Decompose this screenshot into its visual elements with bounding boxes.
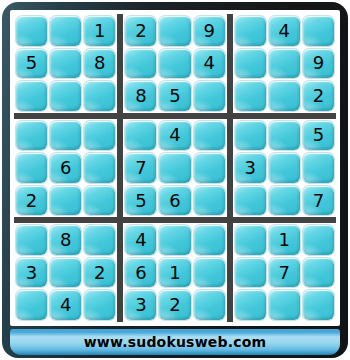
cell-r4c3[interactable] (84, 121, 115, 151)
cell-r1c3: 1 (84, 16, 115, 46)
cell-r8c9[interactable] (303, 258, 334, 288)
cell-r1c8: 4 (269, 16, 300, 46)
cell-r6c7[interactable] (235, 186, 266, 216)
cell-r2c6: 4 (194, 49, 225, 79)
cell-r3c7[interactable] (235, 81, 266, 111)
cell-r4c8[interactable] (269, 121, 300, 151)
cell-r9c2: 4 (50, 290, 81, 320)
cell-r1c6: 9 (194, 16, 225, 46)
cell-r4c5: 4 (159, 121, 190, 151)
cell-r9c8[interactable] (269, 290, 300, 320)
sudoku-board: 1582948549262475653783244613217 (14, 14, 336, 322)
box-3: 492 (233, 14, 336, 113)
cell-r8c4: 6 (125, 258, 156, 288)
cell-r6c9: 7 (303, 186, 334, 216)
cell-r9c7[interactable] (235, 290, 266, 320)
cell-r9c3[interactable] (84, 290, 115, 320)
cell-r5c2: 6 (50, 153, 81, 183)
cell-r3c6[interactable] (194, 81, 225, 111)
cell-r1c4: 2 (125, 16, 156, 46)
cell-r8c2[interactable] (50, 258, 81, 288)
cell-r2c2[interactable] (50, 49, 81, 79)
cell-r5c6[interactable] (194, 153, 225, 183)
cell-r9c6[interactable] (194, 290, 225, 320)
board-frame: 1582948549262475653783244613217 www.sudo… (2, 2, 348, 358)
cell-r1c2[interactable] (50, 16, 81, 46)
cell-r3c2[interactable] (50, 81, 81, 111)
cell-r6c1: 2 (16, 186, 47, 216)
cell-r8c3: 2 (84, 258, 115, 288)
cell-r6c8[interactable] (269, 186, 300, 216)
cell-r9c5: 2 (159, 290, 190, 320)
cell-r3c4: 8 (125, 81, 156, 111)
cell-r2c8[interactable] (269, 49, 300, 79)
cell-r5c1[interactable] (16, 153, 47, 183)
cell-r8c6[interactable] (194, 258, 225, 288)
cell-r7c7[interactable] (235, 225, 266, 255)
cell-r3c1[interactable] (16, 81, 47, 111)
cell-r2c4[interactable] (125, 49, 156, 79)
cell-r7c1[interactable] (16, 225, 47, 255)
cell-r6c3[interactable] (84, 186, 115, 216)
cell-r9c4: 3 (125, 290, 156, 320)
box-2: 29485 (123, 14, 226, 113)
cell-r2c1: 5 (16, 49, 47, 79)
cell-r5c5[interactable] (159, 153, 190, 183)
cell-r2c7[interactable] (235, 49, 266, 79)
cell-r5c9[interactable] (303, 153, 334, 183)
box-8: 46132 (123, 223, 226, 322)
cell-r6c6[interactable] (194, 186, 225, 216)
site-url[interactable]: www.sudokusweb.com (84, 334, 267, 350)
cell-r4c6[interactable] (194, 121, 225, 151)
footer-bar: www.sudokusweb.com (10, 329, 340, 355)
cell-r1c7[interactable] (235, 16, 266, 46)
cell-r6c4: 5 (125, 186, 156, 216)
cell-r2c5[interactable] (159, 49, 190, 79)
cell-r7c8: 1 (269, 225, 300, 255)
cell-r8c7[interactable] (235, 258, 266, 288)
box-5: 4756 (123, 119, 226, 218)
cell-r7c2: 8 (50, 225, 81, 255)
cell-r6c5: 6 (159, 186, 190, 216)
box-4: 62 (14, 119, 117, 218)
cell-r5c7: 3 (235, 153, 266, 183)
board-panel: 1582948549262475653783244613217 (10, 10, 340, 326)
cell-r8c5: 1 (159, 258, 190, 288)
cell-r7c5[interactable] (159, 225, 190, 255)
cell-r2c3: 8 (84, 49, 115, 79)
cell-r7c4: 4 (125, 225, 156, 255)
box-9: 17 (233, 223, 336, 322)
cell-r4c9: 5 (303, 121, 334, 151)
cell-r7c6[interactable] (194, 225, 225, 255)
cell-r8c8: 7 (269, 258, 300, 288)
box-1: 158 (14, 14, 117, 113)
box-6: 537 (233, 119, 336, 218)
cell-r3c8[interactable] (269, 81, 300, 111)
cell-r5c8[interactable] (269, 153, 300, 183)
cell-r4c2[interactable] (50, 121, 81, 151)
cell-r7c9[interactable] (303, 225, 334, 255)
cell-r4c7[interactable] (235, 121, 266, 151)
cell-r1c9[interactable] (303, 16, 334, 46)
cell-r4c1[interactable] (16, 121, 47, 151)
cell-r9c1[interactable] (16, 290, 47, 320)
cell-r5c4: 7 (125, 153, 156, 183)
cell-r8c1: 3 (16, 258, 47, 288)
cell-r7c3[interactable] (84, 225, 115, 255)
cell-r4c4[interactable] (125, 121, 156, 151)
cell-r5c3[interactable] (84, 153, 115, 183)
cell-r1c5[interactable] (159, 16, 190, 46)
cell-r9c9[interactable] (303, 290, 334, 320)
cell-r2c9: 9 (303, 49, 334, 79)
box-7: 8324 (14, 223, 117, 322)
cell-r3c3[interactable] (84, 81, 115, 111)
cell-r3c5: 5 (159, 81, 190, 111)
cell-r3c9: 2 (303, 81, 334, 111)
cell-r1c1[interactable] (16, 16, 47, 46)
cell-r6c2[interactable] (50, 186, 81, 216)
